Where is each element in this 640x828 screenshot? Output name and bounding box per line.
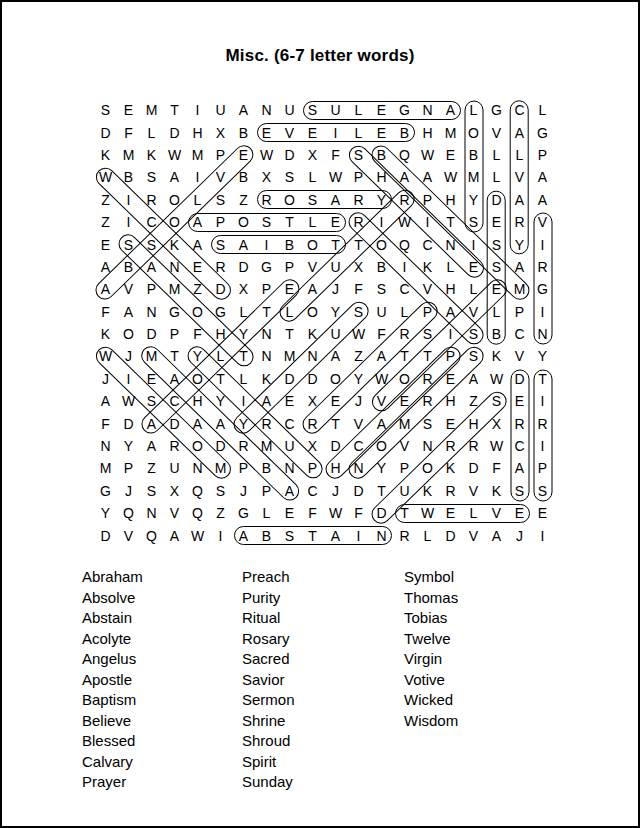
grid-cell: L xyxy=(278,301,301,323)
word-list-item: Purity xyxy=(242,588,295,609)
word-list-item: Wicked xyxy=(404,690,458,711)
grid-cell: X xyxy=(301,144,324,166)
page: Misc. (6-7 letter words) SEMTIUANUSULEGN… xyxy=(0,0,640,828)
grid-cell: V xyxy=(393,435,416,457)
grid-cell: V xyxy=(163,502,186,524)
grid-cell: B xyxy=(393,121,416,143)
grid-cell: F xyxy=(94,301,117,323)
grid-cell: G xyxy=(485,99,508,121)
grid-cell: S xyxy=(462,211,485,233)
grid-cell: Y xyxy=(370,457,393,479)
grid-cell: A xyxy=(301,278,324,300)
grid-cell: A xyxy=(186,412,209,434)
grid-cell: S xyxy=(531,480,554,502)
grid-cell: X xyxy=(255,166,278,188)
grid-cell: D xyxy=(163,412,186,434)
grid-cell: E xyxy=(278,502,301,524)
grid-cell: B xyxy=(117,256,140,278)
grid-cell: E xyxy=(301,121,324,143)
grid-cell: Y xyxy=(508,233,531,255)
grid-cell: S xyxy=(370,278,393,300)
grid-cell: W xyxy=(439,166,462,188)
grid-cell: W xyxy=(416,144,439,166)
grid-cell: F xyxy=(347,278,370,300)
grid-cell: J xyxy=(347,390,370,412)
grid-cell: K xyxy=(416,256,439,278)
grid-cell: S xyxy=(485,390,508,412)
word-list-item: Abraham xyxy=(82,567,143,588)
grid-cell: I xyxy=(324,121,347,143)
grid-cell: G xyxy=(232,502,255,524)
grid-cell: I xyxy=(186,166,209,188)
grid-cell: G xyxy=(255,256,278,278)
grid-cell: P xyxy=(301,457,324,479)
grid-cell: O xyxy=(232,211,255,233)
grid-cell: B xyxy=(117,166,140,188)
grid-cell: T xyxy=(278,323,301,345)
grid-cell: I xyxy=(531,301,554,323)
word-list-column: SymbolThomasTobiasTwelveVirginVotiveWick… xyxy=(404,567,458,731)
grid-cell: M xyxy=(255,435,278,457)
grid-cell: F xyxy=(485,457,508,479)
grid-cell: H xyxy=(416,121,439,143)
word-list-item: Calvary xyxy=(82,752,143,773)
grid-cell: O xyxy=(301,301,324,323)
word-list-item: Ritual xyxy=(242,608,295,629)
word-list-item: Angelus xyxy=(82,649,143,670)
grid-cell: V xyxy=(347,412,370,434)
word-list-item: Rosary xyxy=(242,629,295,650)
grid-cell: Y xyxy=(186,345,209,367)
grid-cell: N xyxy=(416,99,439,121)
grid-cell: V xyxy=(416,278,439,300)
grid-cell: I xyxy=(117,211,140,233)
grid-cell: C xyxy=(163,390,186,412)
grid-cell: J xyxy=(117,480,140,502)
grid-cell: K xyxy=(416,480,439,502)
grid-cell: H xyxy=(324,457,347,479)
grid-cell: R xyxy=(163,435,186,457)
grid-cell: O xyxy=(324,368,347,390)
grid-cell: C xyxy=(508,99,531,121)
grid-cell: J xyxy=(324,278,347,300)
word-list-item: Spirit xyxy=(242,752,295,773)
grid-cell: Y xyxy=(232,412,255,434)
grid-cell: T xyxy=(347,233,370,255)
grid-cell: A xyxy=(232,233,255,255)
grid-cell: D xyxy=(439,524,462,546)
grid-cell: R xyxy=(508,211,531,233)
grid-cell: P xyxy=(508,301,531,323)
grid-cell: H xyxy=(186,121,209,143)
grid-cell: A xyxy=(508,256,531,278)
grid-cell: R xyxy=(347,211,370,233)
grid-cell: L xyxy=(232,301,255,323)
grid-cell: K xyxy=(439,457,462,479)
grid-cell: I xyxy=(462,233,485,255)
grid-cell: P xyxy=(209,211,232,233)
grid-cell: M xyxy=(186,144,209,166)
grid-cell: I xyxy=(531,524,554,546)
grid-cell: N xyxy=(255,323,278,345)
grid-cell: A xyxy=(186,233,209,255)
grid-cell: M xyxy=(278,345,301,367)
grid-cell: Y xyxy=(117,435,140,457)
grid-cell: B xyxy=(232,166,255,188)
grid-cell: V xyxy=(278,121,301,143)
grid-cell: O xyxy=(186,301,209,323)
grid-cell: Q xyxy=(140,524,163,546)
grid-cell: N xyxy=(370,524,393,546)
grid-cell: Y xyxy=(370,189,393,211)
grid-cell: L xyxy=(232,368,255,390)
grid-cell: T xyxy=(370,480,393,502)
grid-cell: M xyxy=(508,278,531,300)
grid-cell: R xyxy=(255,189,278,211)
grid-cell: T xyxy=(163,99,186,121)
word-list-item: Blessed xyxy=(82,731,143,752)
grid-cell: A xyxy=(140,256,163,278)
grid-cell: J xyxy=(508,524,531,546)
grid-cell: V xyxy=(462,301,485,323)
grid-cell: A xyxy=(140,435,163,457)
grid-cell: P xyxy=(347,166,370,188)
grid-cell: I xyxy=(255,233,278,255)
grid-cell: E xyxy=(94,233,117,255)
grid-cell: X xyxy=(232,278,255,300)
grid-cell: S xyxy=(508,480,531,502)
grid-cell: G xyxy=(393,99,416,121)
grid-cell: S xyxy=(416,412,439,434)
grid-cell: T xyxy=(439,211,462,233)
grid-cell: P xyxy=(416,189,439,211)
grid-cell: Q xyxy=(393,144,416,166)
grid-cell: E xyxy=(186,256,209,278)
grid-cell: U xyxy=(163,457,186,479)
grid-cell: D xyxy=(485,189,508,211)
grid-cell: P xyxy=(439,345,462,367)
grid-cell: L xyxy=(301,211,324,233)
grid-cell: P xyxy=(393,457,416,479)
grid-cell: S xyxy=(301,189,324,211)
grid-cell: V xyxy=(462,524,485,546)
word-search-grid: SEMTIUANUSULEGNALGCLDFLDHXBEVEILEBHMOVAG… xyxy=(94,99,554,547)
grid-cell: M xyxy=(94,457,117,479)
grid-cell: S xyxy=(140,390,163,412)
grid-cell: E xyxy=(485,211,508,233)
grid-cell: A xyxy=(393,166,416,188)
grid-cell: M xyxy=(462,166,485,188)
grid-cell: B xyxy=(255,457,278,479)
grid-cell: W xyxy=(347,323,370,345)
grid-cell: K xyxy=(485,480,508,502)
grid-cell: A xyxy=(255,390,278,412)
grid-cell: T xyxy=(301,524,324,546)
grid-cell: P xyxy=(163,323,186,345)
grid-cell: G xyxy=(209,301,232,323)
grid-cell: E xyxy=(462,256,485,278)
grid-cell: D xyxy=(94,121,117,143)
grid-cell: A xyxy=(439,301,462,323)
grid-cell: A xyxy=(140,412,163,434)
grid-cell: I xyxy=(531,435,554,457)
grid-cell: S xyxy=(278,166,301,188)
grid-cell: L xyxy=(347,121,370,143)
grid-cell: I xyxy=(117,368,140,390)
grid-cell: Q xyxy=(393,233,416,255)
grid-cell: D xyxy=(462,457,485,479)
word-list-item: Wisdom xyxy=(404,711,458,732)
grid-cell: T xyxy=(163,345,186,367)
grid-cell: V xyxy=(117,524,140,546)
word-list-item: Savior xyxy=(242,670,295,691)
grid-cell: V xyxy=(485,502,508,524)
grid-cell: S xyxy=(209,233,232,255)
grid-cell: N xyxy=(301,345,324,367)
grid-cell: Z xyxy=(209,502,232,524)
grid-cell: W xyxy=(324,166,347,188)
grid-cell: A xyxy=(324,189,347,211)
grid-cell: X xyxy=(301,390,324,412)
grid-cell: U xyxy=(324,323,347,345)
grid-cell: L xyxy=(531,99,554,121)
grid-cell: D xyxy=(117,412,140,434)
grid-cell: H xyxy=(439,278,462,300)
grid-cell: D xyxy=(232,256,255,278)
grid-cell: D xyxy=(347,480,370,502)
grid-cell: R xyxy=(232,435,255,457)
grid-cell: W xyxy=(255,144,278,166)
grid-cell: P xyxy=(232,457,255,479)
grid-cell: V xyxy=(117,278,140,300)
grid-cell: I xyxy=(347,524,370,546)
grid-cell: U xyxy=(393,480,416,502)
grid-cell: A xyxy=(163,368,186,390)
grid-cell: Q xyxy=(117,502,140,524)
grid-cell: S xyxy=(209,480,232,502)
grid-cell: Z xyxy=(94,189,117,211)
grid-cell: R xyxy=(393,524,416,546)
grid-cell: I xyxy=(117,189,140,211)
grid-cell: D xyxy=(370,502,393,524)
word-list-item: Virgin xyxy=(404,649,458,670)
grid-cell: E xyxy=(232,144,255,166)
word-list-item: Shroud xyxy=(242,731,295,752)
grid-cell: L xyxy=(462,99,485,121)
grid-cell: I xyxy=(439,323,462,345)
grid-cell: D xyxy=(140,323,163,345)
grid-cell: W xyxy=(485,368,508,390)
grid-cell: W xyxy=(324,502,347,524)
grid-cell: I xyxy=(393,256,416,278)
grid-cell: R xyxy=(416,368,439,390)
grid-cell: V xyxy=(209,166,232,188)
grid-cell: P xyxy=(531,457,554,479)
grid-cell: L xyxy=(416,524,439,546)
grid-cell: A xyxy=(462,368,485,390)
grid-cell: B xyxy=(278,233,301,255)
grid-cell: B xyxy=(485,323,508,345)
word-list-item: Preach xyxy=(242,567,295,588)
grid-cell: T xyxy=(531,368,554,390)
grid-cell: O xyxy=(370,435,393,457)
grid-cell: N xyxy=(531,323,554,345)
grid-cell: F xyxy=(347,502,370,524)
grid-cell: O xyxy=(163,189,186,211)
grid-cell: S xyxy=(278,524,301,546)
grid-cell: O xyxy=(117,323,140,345)
grid-cell: S xyxy=(485,233,508,255)
grid-cell: L xyxy=(462,502,485,524)
grid-cell: D xyxy=(163,121,186,143)
grid-cell: E xyxy=(370,99,393,121)
grid-cell: D xyxy=(209,435,232,457)
grid-cell: S xyxy=(94,99,117,121)
grid-cell: Z xyxy=(140,457,163,479)
grid-cell: B xyxy=(232,121,255,143)
grid-cell: C xyxy=(347,435,370,457)
grid-cell: E xyxy=(324,211,347,233)
grid-cell: R xyxy=(255,412,278,434)
grid-cell: C xyxy=(508,323,531,345)
grid-cell: S xyxy=(462,323,485,345)
grid-cell: S xyxy=(117,233,140,255)
grid-cell: A xyxy=(485,524,508,546)
grid-cell: A xyxy=(94,256,117,278)
grid-cell: B xyxy=(370,144,393,166)
grid-cell: N xyxy=(140,502,163,524)
grid-cell: R xyxy=(347,189,370,211)
grid-cell: F xyxy=(186,323,209,345)
grid-cell: I xyxy=(531,390,554,412)
grid-cell: E xyxy=(439,144,462,166)
grid-cell: Q xyxy=(186,502,209,524)
grid-cell: R xyxy=(393,189,416,211)
grid-cell: L xyxy=(439,256,462,278)
word-list-item: Abstain xyxy=(82,608,143,629)
grid-cell: G xyxy=(163,301,186,323)
grid-cell: E xyxy=(531,502,554,524)
grid-cell: R xyxy=(416,390,439,412)
grid-cell: P xyxy=(117,457,140,479)
grid-cell: R xyxy=(439,480,462,502)
grid-cell: R xyxy=(209,256,232,278)
grid-cell: O xyxy=(163,211,186,233)
word-list-item: Twelve xyxy=(404,629,458,650)
grid-cell: D xyxy=(278,368,301,390)
grid-cell: R xyxy=(301,412,324,434)
grid-cell: O xyxy=(186,435,209,457)
grid-cell: A xyxy=(508,121,531,143)
grid-cell: W xyxy=(186,524,209,546)
grid-cell: U xyxy=(278,435,301,457)
grid-cell: H xyxy=(186,390,209,412)
grid-cell: L xyxy=(140,121,163,143)
grid-cell: D xyxy=(301,368,324,390)
grid-cell: R xyxy=(508,412,531,434)
grid-cell: K xyxy=(301,323,324,345)
grid-cell: Z xyxy=(462,390,485,412)
grid-cell: A xyxy=(94,390,117,412)
grid-cell: F xyxy=(370,323,393,345)
grid-cell: H xyxy=(462,412,485,434)
grid-cell: A xyxy=(370,412,393,434)
grid-cell: A xyxy=(186,211,209,233)
grid-cell: E xyxy=(278,278,301,300)
word-list-column: AbrahamAbsolveAbstainAcolyteAngelusApost… xyxy=(82,567,143,793)
grid-cell: Y xyxy=(531,345,554,367)
grid-cell: E xyxy=(508,502,531,524)
grid-cell: T xyxy=(209,368,232,390)
word-list-item: Baptism xyxy=(82,690,143,711)
grid-cell: S xyxy=(347,144,370,166)
grid-cell: D xyxy=(278,144,301,166)
word-list-item: Tobias xyxy=(404,608,458,629)
grid-cell: S xyxy=(301,99,324,121)
grid-cell: Z xyxy=(232,189,255,211)
grid-cell: Q xyxy=(186,480,209,502)
grid-cell: A xyxy=(531,166,554,188)
grid-cell: R xyxy=(393,323,416,345)
grid-cell: A xyxy=(439,99,462,121)
grid-cell: T xyxy=(393,502,416,524)
grid-cell: N xyxy=(255,99,278,121)
grid-cell: Z xyxy=(347,345,370,367)
grid-cell: S xyxy=(416,323,439,345)
word-list-item: Thomas xyxy=(404,588,458,609)
grid-cell: M xyxy=(439,121,462,143)
grid-cell: C xyxy=(393,278,416,300)
grid-cell: S xyxy=(485,256,508,278)
grid-cell: X xyxy=(347,256,370,278)
grid-cell: A xyxy=(508,457,531,479)
grid-cell: E xyxy=(393,390,416,412)
grid-cell: S xyxy=(140,233,163,255)
grid-cell: L xyxy=(186,189,209,211)
grid-cell: L xyxy=(301,166,324,188)
grid-cell: A xyxy=(508,189,531,211)
grid-cell: H xyxy=(370,166,393,188)
grid-cell: W xyxy=(485,435,508,457)
grid-cell: V xyxy=(462,480,485,502)
grid-cell: Z xyxy=(186,278,209,300)
grid-cell: M xyxy=(163,278,186,300)
grid-cell: L xyxy=(347,99,370,121)
grid-cell: B xyxy=(255,524,278,546)
grid-cell: C xyxy=(508,435,531,457)
grid-cell: J xyxy=(117,345,140,367)
word-list-item: Votive xyxy=(404,670,458,691)
grid-cell: F xyxy=(94,412,117,434)
grid-cell: N xyxy=(347,457,370,479)
grid-cell: W xyxy=(416,502,439,524)
grid-cell: P xyxy=(278,256,301,278)
grid-cell: P xyxy=(255,480,278,502)
grid-cell: H xyxy=(209,323,232,345)
grid-cell: R xyxy=(140,189,163,211)
grid-cell: M xyxy=(393,412,416,434)
grid-cell: T xyxy=(416,345,439,367)
word-list-item: Symbol xyxy=(404,567,458,588)
grid-cell: X xyxy=(209,121,232,143)
grid-cell: W xyxy=(163,144,186,166)
grid-cell: O xyxy=(186,368,209,390)
grid-cell: A xyxy=(324,524,347,546)
grid-cell: P xyxy=(209,144,232,166)
grid-cell: E xyxy=(117,99,140,121)
grid-cell: U xyxy=(278,99,301,121)
grid-cell: B xyxy=(462,144,485,166)
